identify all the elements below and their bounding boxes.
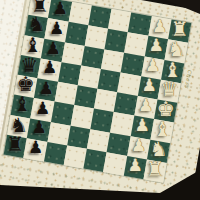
white-bishop[interactable]: ♝ — [153, 119, 171, 139]
black-pawn[interactable]: ♟ — [52, 0, 67, 17]
black-knight[interactable]: ♞ — [10, 114, 28, 134]
board-edge-stamp: Chess — [184, 69, 193, 90]
black-pawn[interactable]: ♟ — [31, 119, 46, 136]
white-pawn[interactable]: ♟ — [145, 57, 160, 74]
black-pawn[interactable]: ♟ — [38, 79, 53, 96]
white-pawn[interactable]: ♟ — [141, 77, 156, 94]
white-pawn[interactable]: ♟ — [138, 97, 153, 114]
square-r7c7[interactable]: ♜ — [143, 159, 166, 182]
white-pawn[interactable]: ♟ — [134, 117, 149, 134]
white-knight[interactable]: ♞ — [150, 139, 168, 159]
board-mat: ♜♟♟♜♞♟♟♞♝♟♟♝♛♟♟♛♚♟♟♚♝♟♟♝♞♟♟♞♜♟♟♜ Chess — [0, 0, 200, 200]
white-pawn[interactable]: ♟ — [148, 37, 163, 54]
white-pawn[interactable]: ♟ — [131, 137, 146, 154]
white-bishop[interactable]: ♝ — [164, 59, 182, 79]
black-knight[interactable]: ♞ — [27, 15, 45, 35]
black-bishop[interactable]: ♝ — [13, 94, 31, 114]
black-pawn[interactable]: ♟ — [28, 139, 43, 156]
black-pawn[interactable]: ♟ — [45, 40, 60, 57]
white-rook[interactable]: ♜ — [146, 159, 164, 179]
black-rook[interactable]: ♜ — [6, 134, 24, 154]
chess-board[interactable]: ♜♟♟♜♞♟♟♞♝♟♟♝♛♟♟♛♚♟♟♚♝♟♟♝♞♟♟♞♜♟♟♜ — [4, 0, 192, 183]
black-bishop[interactable]: ♝ — [24, 35, 42, 55]
photo-stage: ♜♟♟♜♞♟♟♞♝♟♟♝♛♟♟♛♚♟♟♚♝♟♟♝♞♟♟♞♜♟♟♜ Chess — [0, 0, 200, 200]
black-pawn[interactable]: ♟ — [49, 20, 64, 37]
white-knight[interactable]: ♞ — [167, 39, 185, 59]
black-pawn[interactable]: ♟ — [42, 60, 57, 77]
white-pawn[interactable]: ♟ — [152, 17, 167, 34]
white-pawn[interactable]: ♟ — [127, 157, 142, 174]
black-pawn[interactable]: ♟ — [35, 99, 50, 116]
